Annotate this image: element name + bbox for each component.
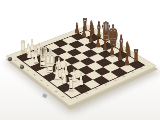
- chess-board: abcdefgh12345678: [5, 25, 157, 106]
- clasp-icon: [43, 93, 48, 97]
- file-label: c: [27, 69, 30, 71]
- rank-label: 6: [123, 76, 126, 78]
- rank-label: 1: [75, 97, 78, 99]
- file-label: e: [40, 79, 43, 81]
- rank-label: 2: [85, 92, 88, 94]
- chess-set-photo: abcdefgh12345678 ♜♞♝♛♚♝♞♜♟♟♟♟♟♟♟♟♟♟♟♟♟♟♟…: [0, 0, 160, 120]
- file-label: a: [14, 59, 17, 61]
- file-label: h: [62, 96, 65, 98]
- rank-label: 3: [95, 88, 98, 90]
- hinge-icon: [20, 65, 24, 69]
- rank-label: 8: [140, 68, 143, 70]
- file-label: d: [33, 74, 36, 76]
- hinge-icon: [8, 57, 12, 61]
- file-label: f: [47, 85, 50, 87]
- rank-label: 7: [132, 72, 135, 74]
- rank-label: 5: [114, 80, 117, 82]
- squares-grid: [16, 30, 145, 99]
- rank-label: 4: [104, 84, 107, 86]
- file-label: g: [54, 90, 57, 92]
